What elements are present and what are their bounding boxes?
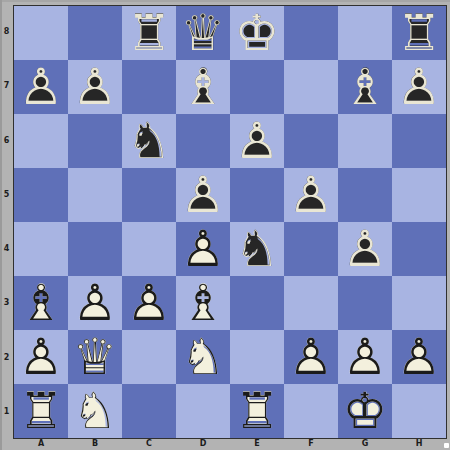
piece-glyph-outline: ♙ [284,168,338,222]
piece-white-bishop[interactable]: ♝♗ [14,276,68,330]
piece-white-rook[interactable]: ♜♖ [14,384,68,438]
piece-white-pawn[interactable]: ♟♙ [122,276,176,330]
piece-white-queen[interactable]: ♛♕ [68,330,122,384]
piece-white-king[interactable]: ♚♔ [338,384,392,438]
rank-label-5: 5 [0,168,13,222]
square-a6[interactable] [14,114,68,168]
rank-label-6: 6 [0,114,13,168]
square-g3[interactable] [338,276,392,330]
piece-glyph-outline: ♘ [176,330,230,384]
piece-black-pawn[interactable]: ♟♙ [230,114,284,168]
piece-black-king[interactable]: ♚♔ [230,6,284,60]
square-d4[interactable]: ♟♙ [176,222,230,276]
rank-label-8: 8 [0,5,13,59]
square-b2[interactable]: ♛♕ [68,330,122,384]
piece-white-rook[interactable]: ♜♖ [230,384,284,438]
file-label-a: A [14,438,68,450]
rank-labels: 87654321 [0,5,13,439]
square-d8[interactable]: ♛♕ [176,6,230,60]
square-d6[interactable] [176,114,230,168]
piece-glyph-outline: ♕ [176,6,230,60]
square-h4[interactable] [392,222,446,276]
piece-glyph-outline: ♖ [392,6,446,60]
piece-black-pawn[interactable]: ♟♙ [176,168,230,222]
rank-label-7: 7 [0,59,13,113]
piece-glyph-outline: ♙ [14,60,68,114]
square-e7[interactable] [230,60,284,114]
file-label-h: H [392,438,446,450]
square-g8[interactable] [338,6,392,60]
piece-black-pawn[interactable]: ♟♙ [14,60,68,114]
square-f4[interactable] [284,222,338,276]
square-g2[interactable]: ♟♙ [338,330,392,384]
square-h7[interactable]: ♟♙ [392,60,446,114]
piece-glyph-outline: ♖ [230,384,284,438]
square-a1[interactable]: ♜♖ [14,384,68,438]
square-g4[interactable]: ♟♙ [338,222,392,276]
piece-glyph-outline: ♙ [392,60,446,114]
piece-glyph-outline: ♙ [338,330,392,384]
square-a2[interactable]: ♟♙ [14,330,68,384]
square-e2[interactable] [230,330,284,384]
piece-black-knight[interactable]: ♞♘ [230,222,284,276]
file-label-d: D [176,438,230,450]
file-label-g: G [338,438,392,450]
square-d2[interactable]: ♞♘ [176,330,230,384]
square-c2[interactable] [122,330,176,384]
piece-glyph-outline: ♖ [14,384,68,438]
square-f1[interactable] [284,384,338,438]
piece-glyph-outline: ♗ [14,276,68,330]
piece-white-pawn[interactable]: ♟♙ [284,330,338,384]
piece-black-pawn[interactable]: ♟♙ [392,60,446,114]
file-labels: ABCDEFGH [14,438,446,450]
corner-dot [444,443,449,448]
piece-glyph-outline: ♙ [338,222,392,276]
chess-board: ♜♖♛♕♚♔♜♖♟♙♟♙♝♗♝♗♟♙♞♘♟♙♟♙♟♙♟♙♞♘♟♙♝♗♟♙♟♙♝♗… [13,5,447,439]
square-d5[interactable]: ♟♙ [176,168,230,222]
square-b8[interactable] [68,6,122,60]
piece-glyph-outline: ♖ [122,6,176,60]
piece-glyph-outline: ♙ [68,276,122,330]
square-h1[interactable] [392,384,446,438]
square-e3[interactable] [230,276,284,330]
piece-glyph-outline: ♘ [68,384,122,438]
piece-glyph-outline: ♙ [176,222,230,276]
rank-label-1: 1 [0,385,13,439]
square-a5[interactable] [14,168,68,222]
piece-glyph-outline: ♙ [284,330,338,384]
rank-label-3: 3 [0,276,13,330]
piece-white-pawn[interactable]: ♟♙ [392,330,446,384]
piece-glyph-outline: ♙ [68,60,122,114]
piece-black-bishop[interactable]: ♝♗ [176,60,230,114]
piece-glyph-outline: ♔ [230,6,284,60]
chess-app-window: 87654321 ♜♖♛♕♚♔♜♖♟♙♟♙♝♗♝♗♟♙♞♘♟♙♟♙♟♙♟♙♞♘♟… [0,0,450,450]
square-g5[interactable] [338,168,392,222]
square-e6[interactable]: ♟♙ [230,114,284,168]
piece-glyph-outline: ♙ [122,276,176,330]
square-e1[interactable]: ♜♖ [230,384,284,438]
square-e5[interactable] [230,168,284,222]
square-g6[interactable] [338,114,392,168]
square-b6[interactable] [68,114,122,168]
square-d1[interactable] [176,384,230,438]
square-d3[interactable]: ♝♗ [176,276,230,330]
piece-glyph-outline: ♔ [338,384,392,438]
rank-label-4: 4 [0,222,13,276]
piece-white-knight[interactable]: ♞♘ [176,330,230,384]
piece-black-bishop[interactable]: ♝♗ [338,60,392,114]
square-b1[interactable]: ♞♘ [68,384,122,438]
square-a8[interactable] [14,6,68,60]
piece-black-pawn[interactable]: ♟♙ [338,222,392,276]
square-g1[interactable]: ♚♔ [338,384,392,438]
square-c3[interactable]: ♟♙ [122,276,176,330]
square-a4[interactable] [14,222,68,276]
piece-glyph-outline: ♙ [14,330,68,384]
square-c8[interactable]: ♜♖ [122,6,176,60]
square-g7[interactable]: ♝♗ [338,60,392,114]
piece-glyph-outline: ♙ [230,114,284,168]
piece-white-pawn[interactable]: ♟♙ [14,330,68,384]
piece-white-pawn[interactable]: ♟♙ [68,276,122,330]
piece-white-pawn[interactable]: ♟♙ [338,330,392,384]
square-f6[interactable] [284,114,338,168]
square-c4[interactable] [122,222,176,276]
square-f3[interactable] [284,276,338,330]
square-h3[interactable] [392,276,446,330]
square-f2[interactable]: ♟♙ [284,330,338,384]
piece-white-pawn[interactable]: ♟♙ [176,222,230,276]
square-h6[interactable] [392,114,446,168]
piece-glyph-outline: ♘ [122,114,176,168]
file-label-e: E [230,438,284,450]
piece-black-knight[interactable]: ♞♘ [122,114,176,168]
square-f5[interactable]: ♟♙ [284,168,338,222]
square-a7[interactable]: ♟♙ [14,60,68,114]
piece-black-pawn[interactable]: ♟♙ [284,168,338,222]
piece-glyph-outline: ♙ [392,330,446,384]
piece-black-rook[interactable]: ♜♖ [122,6,176,60]
piece-glyph-outline: ♘ [230,222,284,276]
piece-black-rook[interactable]: ♜♖ [392,6,446,60]
piece-black-queen[interactable]: ♛♕ [176,6,230,60]
square-c1[interactable] [122,384,176,438]
piece-black-pawn[interactable]: ♟♙ [68,60,122,114]
rank-label-2: 2 [0,331,13,385]
piece-glyph-outline: ♗ [338,60,392,114]
square-h5[interactable] [392,168,446,222]
square-c6[interactable]: ♞♘ [122,114,176,168]
piece-white-knight[interactable]: ♞♘ [68,384,122,438]
square-b3[interactable]: ♟♙ [68,276,122,330]
square-b4[interactable] [68,222,122,276]
square-h8[interactable]: ♜♖ [392,6,446,60]
square-b7[interactable]: ♟♙ [68,60,122,114]
piece-glyph-outline: ♕ [68,330,122,384]
piece-glyph-outline: ♗ [176,60,230,114]
file-label-b: B [68,438,122,450]
square-c5[interactable] [122,168,176,222]
square-e4[interactable]: ♞♘ [230,222,284,276]
square-c7[interactable] [122,60,176,114]
square-e8[interactable]: ♚♔ [230,6,284,60]
file-label-c: C [122,438,176,450]
square-f7[interactable] [284,60,338,114]
square-b5[interactable] [68,168,122,222]
square-a3[interactable]: ♝♗ [14,276,68,330]
square-d7[interactable]: ♝♗ [176,60,230,114]
square-f8[interactable] [284,6,338,60]
file-label-f: F [284,438,338,450]
piece-glyph-outline: ♗ [176,276,230,330]
piece-glyph-outline: ♙ [176,168,230,222]
square-h2[interactable]: ♟♙ [392,330,446,384]
piece-white-bishop[interactable]: ♝♗ [176,276,230,330]
